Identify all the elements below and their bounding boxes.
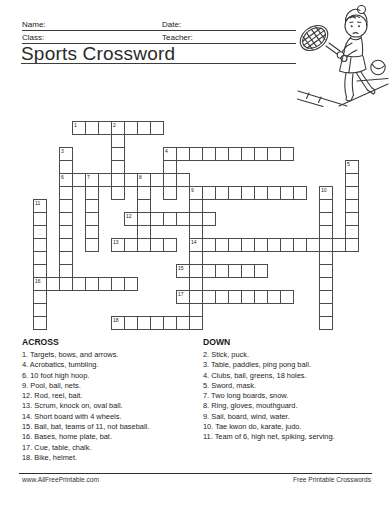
- clue-item-down-7: 7. Two long boards, snow.: [203, 391, 387, 401]
- crossword-cell-r11c16[interactable]: [241, 264, 255, 278]
- crossword-cell-r7c2[interactable]: [59, 212, 73, 226]
- crossword-cell-r2c14[interactable]: [215, 147, 229, 161]
- crossword-cell-r7c24[interactable]: [345, 212, 359, 226]
- crossword-cell-r5c12[interactable]: 9: [189, 186, 203, 200]
- crossword-cell-r2c17[interactable]: [254, 147, 268, 161]
- crossword-cell-r4c9[interactable]: [150, 173, 164, 187]
- crossword-cell-r0c8[interactable]: [137, 121, 151, 135]
- crossword-cell-r6c12[interactable]: [189, 199, 203, 213]
- crossword-cell-r6c24[interactable]: [345, 199, 359, 213]
- crossword-cell-r10c2[interactable]: [59, 251, 73, 265]
- clue-item-across-15: 15. Ball, bat, teams of 11, not baseball…: [22, 422, 200, 432]
- crossword-cell-r12c4[interactable]: [85, 277, 99, 291]
- crossword-cell-r2c19[interactable]: [280, 147, 294, 161]
- crossword-cell-r9c9[interactable]: [150, 238, 164, 252]
- crossword-cell-r12c22[interactable]: [319, 277, 333, 291]
- crossword-cell-r15c6[interactable]: 18: [111, 316, 125, 330]
- crossword-cell-r7c11[interactable]: [176, 212, 190, 226]
- crossword-cell-r14c12[interactable]: [189, 303, 203, 317]
- crossword-cell-r2c18[interactable]: [267, 147, 281, 161]
- crossword-cell-r5c16[interactable]: [241, 186, 255, 200]
- crossword-cell-r2c13[interactable]: [202, 147, 216, 161]
- crossword-cell-r7c4[interactable]: [85, 212, 99, 226]
- clue-item-down-3: 3. Table, paddles, ping pong ball.: [203, 360, 387, 370]
- crossword-cell-r12c3[interactable]: [72, 277, 86, 291]
- crossword-cell-r5c18[interactable]: [267, 186, 281, 200]
- crossword-cell-r5c15[interactable]: [228, 186, 242, 200]
- crossword-cell-r4c4[interactable]: 7: [85, 173, 99, 187]
- clue-item-down-4: 4. Clubs, ball, greens, 18 holes.: [203, 371, 387, 381]
- crossword-cell-r5c19[interactable]: [280, 186, 294, 200]
- crossword-cell-r6c2[interactable]: [59, 199, 73, 213]
- crossword-cell-r15c12[interactable]: [189, 316, 203, 330]
- crossword-cell-r13c17[interactable]: [254, 290, 268, 304]
- crossword-cell-r8c4[interactable]: [85, 225, 99, 239]
- cell-number-11: 11: [35, 200, 40, 206]
- crossword-cell-r11c15[interactable]: [228, 264, 242, 278]
- cell-number-8: 8: [139, 174, 142, 180]
- clue-item-down-2: 2. Stick, puck.: [203, 350, 387, 360]
- crossword-cell-r15c8[interactable]: [137, 316, 151, 330]
- crossword-cell-r3c24[interactable]: 5: [345, 160, 359, 174]
- crossword-cell-r9c16[interactable]: [241, 238, 255, 252]
- down-clue-list: 2. Stick, puck.3. Table, paddles, ping p…: [203, 350, 387, 443]
- clue-item-across-14: 14. Short board with 4 wheels.: [22, 412, 200, 422]
- clue-item-across-17: 17. Cue, table, chalk.: [22, 443, 200, 453]
- crossword-cell-r11c13[interactable]: [202, 264, 216, 278]
- crossword-cell-r9c18[interactable]: [267, 238, 281, 252]
- cell-number-1: 1: [74, 122, 77, 128]
- crossword-cell-r9c21[interactable]: [306, 238, 320, 252]
- crossword-cell-r13c11[interactable]: 17: [176, 290, 190, 304]
- crossword-cell-r4c2[interactable]: 6: [59, 173, 73, 187]
- crossword-cell-r14c22[interactable]: [319, 303, 333, 317]
- crossword-cell-r7c10[interactable]: [163, 212, 177, 226]
- clue-item-down-9: 9. Sail, board, wind, water.: [203, 412, 387, 422]
- crossword-cell-r0c9[interactable]: [150, 121, 164, 135]
- cell-number-17: 17: [178, 291, 184, 297]
- crossword-cell-r4c24[interactable]: [345, 173, 359, 187]
- crossword-cell-r5c14[interactable]: [215, 186, 229, 200]
- crossword-cell-r2c16[interactable]: [241, 147, 255, 161]
- crossword-cell-r5c20[interactable]: [293, 186, 307, 200]
- crossword-cell-r7c0[interactable]: [33, 212, 47, 226]
- cell-number-4: 4: [165, 148, 168, 154]
- crossword-cell-r6c8[interactable]: [137, 199, 151, 213]
- tennis-racket-icon: [297, 20, 333, 55]
- footer-left-text: www.AllFreePrintable.com: [22, 476, 99, 484]
- crossword-cell-r8c24[interactable]: [345, 225, 359, 239]
- crossword-cell-r9c12[interactable]: 14: [189, 238, 203, 252]
- crossword-cell-r8c0[interactable]: [33, 225, 47, 239]
- name-label: Name:: [22, 20, 46, 29]
- crossword-cell-r9c20[interactable]: [293, 238, 307, 252]
- down-clues-section: DOWN 2. Stick, puck.3. Table, paddles, p…: [203, 337, 387, 443]
- teacher-label: Teacher:: [162, 33, 193, 42]
- clue-item-across-13: 13. Scrum, knock on, oval ball.: [22, 401, 200, 411]
- crossword-cell-r7c13[interactable]: [202, 212, 216, 226]
- crossword-cell-r13c14[interactable]: [215, 290, 229, 304]
- crossword-cell-r5c8[interactable]: [137, 186, 151, 200]
- crossword-cell-r9c14[interactable]: [215, 238, 229, 252]
- crossword-cell-r8c12[interactable]: [189, 225, 203, 239]
- crossword-cell-r7c8[interactable]: [137, 212, 151, 226]
- crossword-cell-r4c3[interactable]: [72, 173, 86, 187]
- clue-item-down-10: 10. Tae kwon do, karate, judo.: [203, 422, 387, 432]
- crossword-cell-r12c1[interactable]: [46, 277, 60, 291]
- crossword-cell-r4c5[interactable]: [98, 173, 112, 187]
- crossword-cell-r10c0[interactable]: [33, 251, 47, 265]
- clue-item-down-8: 8. Ring, gloves, mouthguard.: [203, 401, 387, 411]
- crossword-cell-r11c2[interactable]: [59, 264, 73, 278]
- crossword-cell-r3c2[interactable]: [59, 160, 73, 174]
- clue-item-across-1: 1. Targets, bows, and arrows.: [22, 350, 200, 360]
- cell-number-10: 10: [321, 187, 327, 193]
- crossword-cell-r12c6[interactable]: [111, 277, 125, 291]
- class-label: Class:: [22, 33, 44, 42]
- crossword-cell-r13c13[interactable]: [202, 290, 216, 304]
- crossword-cell-r5c2[interactable]: [59, 186, 73, 200]
- crossword-cell-r13c0[interactable]: [33, 290, 47, 304]
- down-heading: DOWN: [203, 337, 387, 348]
- crossword-cell-r13c22[interactable]: [319, 290, 333, 304]
- across-clues-section: ACROSS 1. Targets, bows, and arrows.4. A…: [22, 337, 200, 463]
- crossword-cell-r12c2[interactable]: [59, 277, 73, 291]
- crossword-cell-r11c17[interactable]: [254, 264, 268, 278]
- crossword-cell-r5c6[interactable]: [111, 186, 125, 200]
- crossword-cell-r12c12[interactable]: [189, 277, 203, 291]
- printable-page: Name: Date: Class: Teacher: Sports Cross…: [0, 0, 390, 505]
- crossword-cell-r4c11[interactable]: [176, 173, 190, 187]
- name-date-line: [22, 30, 296, 31]
- crossword-cell-r0c4[interactable]: [85, 121, 99, 135]
- crossword-cell-r4c8[interactable]: 8: [137, 173, 151, 187]
- crossword-cell-r2c6[interactable]: [111, 147, 125, 161]
- crossword-cell-r9c23[interactable]: [332, 238, 346, 252]
- cell-number-14: 14: [191, 239, 197, 245]
- crossword-cell-r10c22[interactable]: [319, 251, 333, 265]
- clue-item-across-12: 12. Rod, reel, bait.: [22, 391, 200, 401]
- crossword-cell-r1c6[interactable]: [111, 134, 125, 148]
- crossword-cell-r9c8[interactable]: [137, 238, 151, 252]
- crossword-cell-r9c22[interactable]: [319, 238, 333, 252]
- cell-number-12: 12: [126, 213, 132, 219]
- tennis-player-illustration: [297, 5, 389, 107]
- crossword-cell-r9c24[interactable]: [345, 238, 359, 252]
- footer-rule: [19, 473, 372, 474]
- footer-right-text: Free Printable Crosswords: [293, 476, 371, 484]
- crossword-cell-r12c5[interactable]: [98, 277, 112, 291]
- crossword-cell-r0c5[interactable]: [98, 121, 112, 135]
- page-title: Sports Crossword: [21, 44, 175, 64]
- crossword-cell-r7c22[interactable]: [319, 212, 333, 226]
- crossword-cell-r2c10[interactable]: 4: [163, 147, 177, 161]
- crossword-cell-r11c11[interactable]: 15: [176, 264, 190, 278]
- clue-item-across-4: 4. Acrobatics, tumbling.: [22, 360, 200, 370]
- crossword-cell-r5c17[interactable]: [254, 186, 268, 200]
- crossword-cell-r13c18[interactable]: [267, 290, 281, 304]
- clue-item-across-16: 16. Bases, home plate, bat.: [22, 432, 200, 442]
- crossword-cell-r15c11[interactable]: [176, 316, 190, 330]
- crossword-cell-r5c24[interactable]: [345, 186, 359, 200]
- title-rule: [21, 63, 296, 64]
- crossword-cell-r8c2[interactable]: [59, 225, 73, 239]
- crossword-cell-r9c17[interactable]: [254, 238, 268, 252]
- eye: [358, 25, 360, 27]
- clue-item-across-9: 9. Pool, ball, nets.: [22, 381, 200, 391]
- crossword-cell-r15c0[interactable]: [33, 316, 47, 330]
- crossword-cell-r7c9[interactable]: [150, 212, 164, 226]
- crossword-cell-r3c6[interactable]: [111, 160, 125, 174]
- crossword-cell-r11c12[interactable]: [189, 264, 203, 278]
- crossword-cell-r2c15[interactable]: [228, 147, 242, 161]
- cell-number-2: 2: [113, 122, 116, 128]
- crossword-cell-r3c10[interactable]: [163, 160, 177, 174]
- clue-item-down-11: 11. Team of 6, high net, spiking, servin…: [203, 432, 387, 442]
- crossword-cell-r8c8[interactable]: [137, 225, 151, 239]
- crossword-cell-r0c6[interactable]: 2: [111, 121, 125, 135]
- crossword-cell-r11c0[interactable]: [33, 264, 47, 278]
- cell-number-7: 7: [87, 174, 90, 180]
- crossword-cell-r15c22[interactable]: [319, 316, 333, 330]
- eye: [351, 25, 353, 27]
- cell-number-13: 13: [113, 239, 119, 245]
- cell-number-9: 9: [191, 187, 194, 193]
- crossword-cell-r6c4[interactable]: [85, 199, 99, 213]
- crossword-cell-r2c11[interactable]: [176, 147, 190, 161]
- crossword-cell-r9c6[interactable]: 13: [111, 238, 125, 252]
- crossword-cell-r0c7[interactable]: [124, 121, 138, 135]
- crossword-cell-r2c2[interactable]: 3: [59, 147, 73, 161]
- crossword-cell-r15c7[interactable]: [124, 316, 138, 330]
- crossword-cell-r9c2[interactable]: [59, 238, 73, 252]
- cell-number-16: 16: [35, 278, 41, 284]
- crossword-cell-r2c12[interactable]: [189, 147, 203, 161]
- crossword-grid: 123456789101112131415161718: [33, 121, 359, 330]
- crossword-cell-r5c22[interactable]: 10: [319, 186, 333, 200]
- crossword-cell-r6c22[interactable]: [319, 199, 333, 213]
- crossword-cell-r9c15[interactable]: [228, 238, 242, 252]
- cell-number-5: 5: [347, 161, 350, 167]
- crossword-cell-r15c9[interactable]: [150, 316, 164, 330]
- crossword-cell-r11c22[interactable]: [319, 264, 333, 278]
- crossword-cell-r11c14[interactable]: [215, 264, 229, 278]
- crossword-cell-r8c22[interactable]: [319, 225, 333, 239]
- crossword-cell-r5c13[interactable]: [202, 186, 216, 200]
- cell-number-3: 3: [61, 148, 64, 154]
- across-heading: ACROSS: [22, 337, 200, 348]
- crossword-cell-r4c6[interactable]: [111, 173, 125, 187]
- crossword-cell-r13c16[interactable]: [241, 290, 255, 304]
- shoes: [346, 88, 375, 101]
- crossword-cell-r5c4[interactable]: [85, 186, 99, 200]
- crossword-cell-r9c13[interactable]: [202, 238, 216, 252]
- crossword-cell-r7c7[interactable]: 12: [124, 212, 138, 226]
- crossword-cell-r9c4[interactable]: [85, 238, 99, 252]
- crossword-cell-r0c3[interactable]: 1: [72, 121, 86, 135]
- crossword-cell-r9c7[interactable]: [124, 238, 138, 252]
- crossword-cell-r10c12[interactable]: [189, 251, 203, 265]
- cell-number-15: 15: [178, 265, 184, 271]
- crossword-cell-r15c10[interactable]: [163, 316, 177, 330]
- clue-item-across-18: 18. Bike, helmet.: [22, 453, 200, 463]
- crossword-cell-r14c0[interactable]: [33, 303, 47, 317]
- crossword-cell-r4c7[interactable]: [124, 173, 138, 187]
- cell-number-18: 18: [113, 317, 119, 323]
- cell-number-6: 6: [61, 174, 64, 180]
- crossword-cell-r9c10[interactable]: [163, 238, 177, 252]
- crossword-cell-r13c15[interactable]: [228, 290, 242, 304]
- crossword-cell-r9c19[interactable]: [280, 238, 294, 252]
- crossword-cell-r12c7[interactable]: [124, 277, 138, 291]
- crossword-cell-r5c10[interactable]: [163, 186, 177, 200]
- crossword-cell-r4c10[interactable]: [163, 173, 177, 187]
- crossword-cell-r12c0[interactable]: 16: [33, 277, 47, 291]
- crossword-cell-r7c12[interactable]: [189, 212, 203, 226]
- clue-item-down-5: 5. Sword, mask.: [203, 381, 387, 391]
- crossword-cell-r13c19[interactable]: [280, 290, 294, 304]
- crossword-cell-r6c0[interactable]: 11: [33, 199, 47, 213]
- date-label: Date:: [162, 20, 181, 29]
- crossword-cell-r9c0[interactable]: [33, 238, 47, 252]
- crossword-cell-r13c12[interactable]: [189, 290, 203, 304]
- across-clue-list: 1. Targets, bows, and arrows.4. Acrobati…: [22, 350, 200, 463]
- clue-item-across-6: 6. 10 foot high hoop.: [22, 371, 200, 381]
